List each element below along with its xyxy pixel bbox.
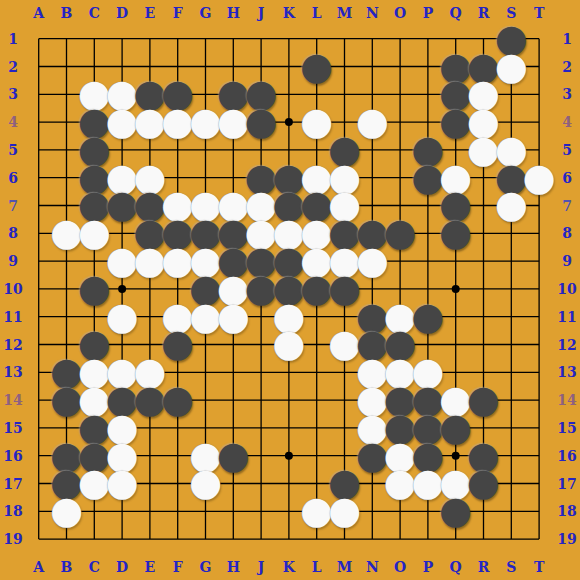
intersection-H8[interactable]: ● xyxy=(219,219,247,247)
intersection-D18[interactable] xyxy=(108,497,136,525)
intersection-O11[interactable]: ● xyxy=(386,303,414,331)
intersection-S15[interactable] xyxy=(497,414,525,442)
intersection-T3[interactable] xyxy=(525,80,553,108)
intersection-P6[interactable]: ● xyxy=(414,164,442,192)
intersection-K3[interactable] xyxy=(275,80,303,108)
intersection-E6[interactable]: ● xyxy=(136,164,164,192)
intersection-T16[interactable] xyxy=(525,442,553,470)
intersection-N2[interactable] xyxy=(358,53,386,81)
intersection-C15[interactable]: ● xyxy=(80,414,108,442)
intersection-S4[interactable] xyxy=(497,108,525,136)
intersection-E16[interactable] xyxy=(136,442,164,470)
intersection-C17[interactable]: ● xyxy=(80,470,108,498)
intersection-O14[interactable]: ● xyxy=(386,386,414,414)
intersection-D3[interactable]: ● xyxy=(108,80,136,108)
intersection-E12[interactable] xyxy=(136,331,164,359)
intersection-B11[interactable] xyxy=(53,303,81,331)
intersection-M17[interactable]: ● xyxy=(331,470,359,498)
intersection-K2[interactable] xyxy=(275,53,303,81)
intersection-N4[interactable]: ● xyxy=(358,108,386,136)
intersection-C16[interactable]: ● xyxy=(80,442,108,470)
intersection-E13[interactable]: ● xyxy=(136,358,164,386)
intersection-B12[interactable] xyxy=(53,331,81,359)
intersection-H4[interactable]: ● xyxy=(219,108,247,136)
intersection-G11[interactable]: ● xyxy=(192,303,220,331)
intersection-L10[interactable]: ● xyxy=(303,275,331,303)
intersection-T13[interactable] xyxy=(525,358,553,386)
intersection-J4[interactable]: ● xyxy=(247,108,275,136)
intersection-M3[interactable] xyxy=(331,80,359,108)
intersection-P13[interactable]: ● xyxy=(414,358,442,386)
intersection-N17[interactable] xyxy=(358,470,386,498)
intersection-J17[interactable] xyxy=(247,470,275,498)
intersection-K11[interactable]: ● xyxy=(275,303,303,331)
intersection-K10[interactable]: ● xyxy=(275,275,303,303)
intersection-M6[interactable]: ● xyxy=(331,164,359,192)
intersection-S12[interactable] xyxy=(497,331,525,359)
intersection-D13[interactable]: ● xyxy=(108,358,136,386)
intersection-N18[interactable] xyxy=(358,497,386,525)
intersection-D19[interactable] xyxy=(108,525,136,553)
intersection-F12[interactable]: ● xyxy=(164,331,192,359)
intersection-L15[interactable] xyxy=(303,414,331,442)
intersection-C12[interactable]: ● xyxy=(80,331,108,359)
intersection-O17[interactable]: ● xyxy=(386,470,414,498)
intersection-O10[interactable] xyxy=(386,275,414,303)
intersection-E14[interactable]: ● xyxy=(136,386,164,414)
intersection-S5[interactable]: ● xyxy=(497,136,525,164)
intersection-K5[interactable] xyxy=(275,136,303,164)
intersection-C13[interactable]: ● xyxy=(80,358,108,386)
intersection-R14[interactable]: ● xyxy=(470,386,498,414)
intersection-T15[interactable] xyxy=(525,414,553,442)
intersection-K12[interactable]: ● xyxy=(275,331,303,359)
intersection-C6[interactable]: ● xyxy=(80,164,108,192)
intersection-S13[interactable] xyxy=(497,358,525,386)
intersection-C11[interactable] xyxy=(80,303,108,331)
intersection-S11[interactable] xyxy=(497,303,525,331)
intersection-S8[interactable] xyxy=(497,219,525,247)
intersection-G8[interactable]: ● xyxy=(192,219,220,247)
intersection-A3[interactable] xyxy=(25,80,53,108)
intersection-K16[interactable] xyxy=(275,442,303,470)
intersection-M13[interactable] xyxy=(331,358,359,386)
intersection-R15[interactable] xyxy=(470,414,498,442)
intersection-E18[interactable] xyxy=(136,497,164,525)
intersection-Q17[interactable]: ● xyxy=(442,470,470,498)
intersection-P3[interactable] xyxy=(414,80,442,108)
intersection-P19[interactable] xyxy=(414,525,442,553)
intersection-J15[interactable] xyxy=(247,414,275,442)
intersection-C3[interactable]: ● xyxy=(80,80,108,108)
intersection-A15[interactable] xyxy=(25,414,53,442)
intersection-G17[interactable]: ● xyxy=(192,470,220,498)
intersection-T10[interactable] xyxy=(525,275,553,303)
intersection-R12[interactable] xyxy=(470,331,498,359)
intersection-L4[interactable]: ● xyxy=(303,108,331,136)
intersection-O12[interactable]: ● xyxy=(386,331,414,359)
intersection-T8[interactable] xyxy=(525,219,553,247)
intersection-G18[interactable] xyxy=(192,497,220,525)
intersection-R4[interactable]: ● xyxy=(470,108,498,136)
intersection-G15[interactable] xyxy=(192,414,220,442)
intersection-J6[interactable]: ● xyxy=(247,164,275,192)
intersection-G12[interactable] xyxy=(192,331,220,359)
intersection-J8[interactable]: ● xyxy=(247,219,275,247)
intersection-H9[interactable]: ● xyxy=(219,247,247,275)
intersection-S16[interactable] xyxy=(497,442,525,470)
intersection-C2[interactable] xyxy=(80,53,108,81)
intersection-F15[interactable] xyxy=(164,414,192,442)
intersection-K4[interactable] xyxy=(275,108,303,136)
intersection-E7[interactable]: ● xyxy=(136,192,164,220)
intersection-G1[interactable] xyxy=(192,25,220,53)
intersection-A8[interactable] xyxy=(25,219,53,247)
intersection-P17[interactable]: ● xyxy=(414,470,442,498)
intersection-E8[interactable]: ● xyxy=(136,219,164,247)
intersection-O4[interactable] xyxy=(386,108,414,136)
intersection-M9[interactable]: ● xyxy=(331,247,359,275)
intersection-H15[interactable] xyxy=(219,414,247,442)
intersection-A14[interactable] xyxy=(25,386,53,414)
intersection-J9[interactable]: ● xyxy=(247,247,275,275)
intersection-L14[interactable] xyxy=(303,386,331,414)
intersection-E17[interactable] xyxy=(136,470,164,498)
intersection-C8[interactable]: ● xyxy=(80,219,108,247)
intersection-K15[interactable] xyxy=(275,414,303,442)
intersection-Q12[interactable] xyxy=(442,331,470,359)
intersection-G6[interactable] xyxy=(192,164,220,192)
intersection-T19[interactable] xyxy=(525,525,553,553)
intersection-S7[interactable]: ● xyxy=(497,192,525,220)
intersection-N9[interactable]: ● xyxy=(358,247,386,275)
intersection-E2[interactable] xyxy=(136,53,164,81)
intersection-Q19[interactable] xyxy=(442,525,470,553)
intersection-G9[interactable]: ● xyxy=(192,247,220,275)
intersection-D9[interactable]: ● xyxy=(108,247,136,275)
intersection-B6[interactable] xyxy=(53,164,81,192)
intersection-P2[interactable] xyxy=(414,53,442,81)
intersection-A12[interactable] xyxy=(25,331,53,359)
intersection-B13[interactable]: ● xyxy=(53,358,81,386)
intersection-R6[interactable] xyxy=(470,164,498,192)
intersection-E3[interactable]: ● xyxy=(136,80,164,108)
intersection-N6[interactable] xyxy=(358,164,386,192)
intersection-N8[interactable]: ● xyxy=(358,219,386,247)
intersection-T17[interactable] xyxy=(525,470,553,498)
intersection-F2[interactable] xyxy=(164,53,192,81)
intersection-F9[interactable]: ● xyxy=(164,247,192,275)
intersection-L2[interactable]: ● xyxy=(303,53,331,81)
intersection-D10[interactable] xyxy=(108,275,136,303)
intersection-A18[interactable] xyxy=(25,497,53,525)
intersection-B4[interactable] xyxy=(53,108,81,136)
intersection-P14[interactable]: ● xyxy=(414,386,442,414)
intersection-A7[interactable] xyxy=(25,192,53,220)
intersection-H10[interactable]: ● xyxy=(219,275,247,303)
intersection-P9[interactable] xyxy=(414,247,442,275)
intersection-A6[interactable] xyxy=(25,164,53,192)
intersection-K18[interactable] xyxy=(275,497,303,525)
intersection-K13[interactable] xyxy=(275,358,303,386)
intersection-H6[interactable] xyxy=(219,164,247,192)
intersection-N10[interactable] xyxy=(358,275,386,303)
intersection-G3[interactable] xyxy=(192,80,220,108)
intersection-L8[interactable]: ● xyxy=(303,219,331,247)
intersection-E4[interactable]: ● xyxy=(136,108,164,136)
intersection-F10[interactable] xyxy=(164,275,192,303)
intersection-B18[interactable]: ● xyxy=(53,497,81,525)
intersection-H2[interactable] xyxy=(219,53,247,81)
intersection-Q18[interactable]: ● xyxy=(442,497,470,525)
intersection-M15[interactable] xyxy=(331,414,359,442)
intersection-B7[interactable] xyxy=(53,192,81,220)
intersection-B14[interactable]: ● xyxy=(53,386,81,414)
intersection-G14[interactable] xyxy=(192,386,220,414)
intersection-T11[interactable] xyxy=(525,303,553,331)
intersection-G16[interactable]: ● xyxy=(192,442,220,470)
intersection-G13[interactable] xyxy=(192,358,220,386)
intersection-H16[interactable]: ● xyxy=(219,442,247,470)
intersection-O7[interactable] xyxy=(386,192,414,220)
intersection-O8[interactable]: ● xyxy=(386,219,414,247)
intersection-Q11[interactable] xyxy=(442,303,470,331)
intersection-R13[interactable] xyxy=(470,358,498,386)
intersection-C4[interactable]: ● xyxy=(80,108,108,136)
intersection-A5[interactable] xyxy=(25,136,53,164)
intersection-S10[interactable] xyxy=(497,275,525,303)
intersection-J14[interactable] xyxy=(247,386,275,414)
intersection-R2[interactable]: ● xyxy=(470,53,498,81)
intersection-P16[interactable]: ● xyxy=(414,442,442,470)
intersection-F1[interactable] xyxy=(164,25,192,53)
intersection-L13[interactable] xyxy=(303,358,331,386)
intersection-D12[interactable] xyxy=(108,331,136,359)
intersection-Q10[interactable] xyxy=(442,275,470,303)
intersection-H7[interactable]: ● xyxy=(219,192,247,220)
intersection-R16[interactable]: ● xyxy=(470,442,498,470)
intersection-H5[interactable] xyxy=(219,136,247,164)
intersection-S3[interactable] xyxy=(497,80,525,108)
intersection-P4[interactable] xyxy=(414,108,442,136)
intersection-S14[interactable] xyxy=(497,386,525,414)
intersection-F4[interactable]: ● xyxy=(164,108,192,136)
intersection-A4[interactable] xyxy=(25,108,53,136)
intersection-F13[interactable] xyxy=(164,358,192,386)
intersection-P7[interactable] xyxy=(414,192,442,220)
intersection-Q4[interactable]: ● xyxy=(442,108,470,136)
intersection-O5[interactable] xyxy=(386,136,414,164)
intersection-L11[interactable] xyxy=(303,303,331,331)
intersection-O16[interactable]: ● xyxy=(386,442,414,470)
intersection-M14[interactable] xyxy=(331,386,359,414)
intersection-N16[interactable]: ● xyxy=(358,442,386,470)
intersection-A2[interactable] xyxy=(25,53,53,81)
intersection-T1[interactable] xyxy=(525,25,553,53)
intersection-A1[interactable] xyxy=(25,25,53,53)
intersection-J10[interactable]: ● xyxy=(247,275,275,303)
intersection-L18[interactable]: ● xyxy=(303,497,331,525)
intersection-A17[interactable] xyxy=(25,470,53,498)
intersection-A13[interactable] xyxy=(25,358,53,386)
intersection-C14[interactable]: ● xyxy=(80,386,108,414)
intersection-T12[interactable] xyxy=(525,331,553,359)
intersection-S17[interactable] xyxy=(497,470,525,498)
intersection-E15[interactable] xyxy=(136,414,164,442)
intersection-J12[interactable] xyxy=(247,331,275,359)
intersection-H17[interactable] xyxy=(219,470,247,498)
intersection-A11[interactable] xyxy=(25,303,53,331)
intersection-H19[interactable] xyxy=(219,525,247,553)
intersection-R10[interactable] xyxy=(470,275,498,303)
intersection-O1[interactable] xyxy=(386,25,414,53)
intersection-T4[interactable] xyxy=(525,108,553,136)
intersection-Q7[interactable]: ● xyxy=(442,192,470,220)
intersection-O9[interactable] xyxy=(386,247,414,275)
intersection-E1[interactable] xyxy=(136,25,164,53)
intersection-F16[interactable] xyxy=(164,442,192,470)
intersection-Q3[interactable]: ● xyxy=(442,80,470,108)
intersection-H14[interactable] xyxy=(219,386,247,414)
intersection-M11[interactable] xyxy=(331,303,359,331)
intersection-O6[interactable] xyxy=(386,164,414,192)
intersection-S19[interactable] xyxy=(497,525,525,553)
intersection-A10[interactable] xyxy=(25,275,53,303)
intersection-H1[interactable] xyxy=(219,25,247,53)
intersection-D15[interactable]: ● xyxy=(108,414,136,442)
intersection-J18[interactable] xyxy=(247,497,275,525)
intersection-F8[interactable]: ● xyxy=(164,219,192,247)
intersection-T6[interactable]: ● xyxy=(525,164,553,192)
intersection-K8[interactable]: ● xyxy=(275,219,303,247)
intersection-F11[interactable]: ● xyxy=(164,303,192,331)
intersection-B9[interactable] xyxy=(53,247,81,275)
intersection-B8[interactable]: ● xyxy=(53,219,81,247)
intersection-K9[interactable]: ● xyxy=(275,247,303,275)
intersection-M2[interactable] xyxy=(331,53,359,81)
intersection-F18[interactable] xyxy=(164,497,192,525)
intersection-M5[interactable]: ● xyxy=(331,136,359,164)
intersection-P12[interactable] xyxy=(414,331,442,359)
intersection-D7[interactable]: ● xyxy=(108,192,136,220)
intersection-P8[interactable] xyxy=(414,219,442,247)
intersection-R17[interactable]: ● xyxy=(470,470,498,498)
intersection-M10[interactable]: ● xyxy=(331,275,359,303)
intersection-Q15[interactable]: ● xyxy=(442,414,470,442)
intersection-M12[interactable]: ● xyxy=(331,331,359,359)
intersection-O15[interactable]: ● xyxy=(386,414,414,442)
intersection-J19[interactable] xyxy=(247,525,275,553)
intersection-S1[interactable]: ● xyxy=(497,25,525,53)
intersection-C19[interactable] xyxy=(80,525,108,553)
intersection-E5[interactable] xyxy=(136,136,164,164)
intersection-G10[interactable]: ● xyxy=(192,275,220,303)
intersection-J11[interactable] xyxy=(247,303,275,331)
intersection-B15[interactable] xyxy=(53,414,81,442)
intersection-Q9[interactable] xyxy=(442,247,470,275)
intersection-M8[interactable]: ● xyxy=(331,219,359,247)
intersection-M19[interactable] xyxy=(331,525,359,553)
intersection-F19[interactable] xyxy=(164,525,192,553)
intersection-M1[interactable] xyxy=(331,25,359,53)
intersection-T18[interactable] xyxy=(525,497,553,525)
intersection-D17[interactable]: ● xyxy=(108,470,136,498)
intersection-F17[interactable] xyxy=(164,470,192,498)
intersection-E19[interactable] xyxy=(136,525,164,553)
intersection-L3[interactable] xyxy=(303,80,331,108)
intersection-M18[interactable]: ● xyxy=(331,497,359,525)
intersection-T2[interactable] xyxy=(525,53,553,81)
intersection-P1[interactable] xyxy=(414,25,442,53)
intersection-O19[interactable] xyxy=(386,525,414,553)
intersection-D11[interactable]: ● xyxy=(108,303,136,331)
intersection-T14[interactable] xyxy=(525,386,553,414)
intersection-C7[interactable]: ● xyxy=(80,192,108,220)
intersection-E10[interactable] xyxy=(136,275,164,303)
intersection-L16[interactable] xyxy=(303,442,331,470)
intersection-R1[interactable] xyxy=(470,25,498,53)
intersection-B17[interactable]: ● xyxy=(53,470,81,498)
intersection-E9[interactable]: ● xyxy=(136,247,164,275)
intersection-R7[interactable] xyxy=(470,192,498,220)
intersection-M4[interactable] xyxy=(331,108,359,136)
intersection-H13[interactable] xyxy=(219,358,247,386)
intersection-P11[interactable]: ● xyxy=(414,303,442,331)
intersection-J13[interactable] xyxy=(247,358,275,386)
intersection-A9[interactable] xyxy=(25,247,53,275)
intersection-L17[interactable] xyxy=(303,470,331,498)
intersection-R18[interactable] xyxy=(470,497,498,525)
intersection-N1[interactable] xyxy=(358,25,386,53)
intersection-Q5[interactable] xyxy=(442,136,470,164)
intersection-G5[interactable] xyxy=(192,136,220,164)
intersection-K1[interactable] xyxy=(275,25,303,53)
intersection-F6[interactable] xyxy=(164,164,192,192)
intersection-B10[interactable] xyxy=(53,275,81,303)
intersection-J3[interactable]: ● xyxy=(247,80,275,108)
intersection-K14[interactable] xyxy=(275,386,303,414)
intersection-B3[interactable] xyxy=(53,80,81,108)
intersection-S2[interactable]: ● xyxy=(497,53,525,81)
intersection-R3[interactable]: ● xyxy=(470,80,498,108)
intersection-J1[interactable] xyxy=(247,25,275,53)
intersection-O2[interactable] xyxy=(386,53,414,81)
intersection-N19[interactable] xyxy=(358,525,386,553)
intersection-Q14[interactable]: ● xyxy=(442,386,470,414)
intersection-R9[interactable] xyxy=(470,247,498,275)
intersection-L19[interactable] xyxy=(303,525,331,553)
intersection-B2[interactable] xyxy=(53,53,81,81)
intersection-P5[interactable]: ● xyxy=(414,136,442,164)
intersection-H3[interactable]: ● xyxy=(219,80,247,108)
intersection-M16[interactable] xyxy=(331,442,359,470)
intersection-L9[interactable]: ● xyxy=(303,247,331,275)
intersection-Q6[interactable]: ● xyxy=(442,164,470,192)
intersection-N14[interactable]: ● xyxy=(358,386,386,414)
intersection-N5[interactable] xyxy=(358,136,386,164)
intersection-D6[interactable]: ● xyxy=(108,164,136,192)
intersection-B1[interactable] xyxy=(53,25,81,53)
intersection-H12[interactable] xyxy=(219,331,247,359)
intersection-N12[interactable]: ● xyxy=(358,331,386,359)
intersection-L6[interactable]: ● xyxy=(303,164,331,192)
intersection-F3[interactable]: ● xyxy=(164,80,192,108)
intersection-E11[interactable] xyxy=(136,303,164,331)
intersection-R11[interactable] xyxy=(470,303,498,331)
intersection-B19[interactable] xyxy=(53,525,81,553)
intersection-G7[interactable]: ● xyxy=(192,192,220,220)
intersection-C18[interactable] xyxy=(80,497,108,525)
